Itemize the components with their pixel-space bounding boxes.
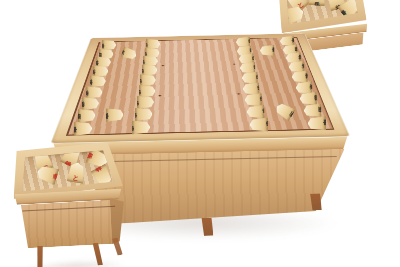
piece-face: 歩兵 (307, 0, 326, 6)
piece-kanji: 成香 (47, 172, 49, 178)
piece-kanji: 龍王 (40, 160, 46, 162)
piece-kanji: 成桂 (99, 174, 105, 177)
shogi-set-scene: と金歩兵成香金将香車 香車桂馬銀将金将王将金将銀将桂馬香車角行飛車歩兵歩兵歩兵歩… (0, 0, 400, 267)
piece-kanji: 龍馬 (96, 155, 98, 161)
tray-piece[interactable]: 成香 (35, 164, 59, 186)
board-foot-left (200, 218, 213, 236)
komadai-bottom-left[interactable]: 龍王成銀龍馬成香と金成桂 (9, 139, 133, 267)
piece-kanji: と金 (73, 170, 80, 177)
piece-face: 成香 (35, 164, 59, 186)
piece-kanji: 金将 (334, 0, 340, 1)
star-point (238, 93, 241, 94)
piece-kanji: 成銀 (68, 155, 74, 158)
shogi-board-surface (50, 33, 350, 143)
star-point (233, 63, 236, 64)
tray-piece[interactable]: 歩兵 (307, 0, 326, 6)
komadai-bottom-side-face (110, 197, 126, 244)
piece-kanji: 香車 (347, 6, 351, 11)
tray-piece[interactable]: と金 (67, 161, 87, 183)
star-point (161, 65, 163, 66)
shogi-board-grid[interactable] (66, 37, 334, 135)
star-point (158, 95, 161, 96)
piece-face: と金 (67, 161, 87, 183)
